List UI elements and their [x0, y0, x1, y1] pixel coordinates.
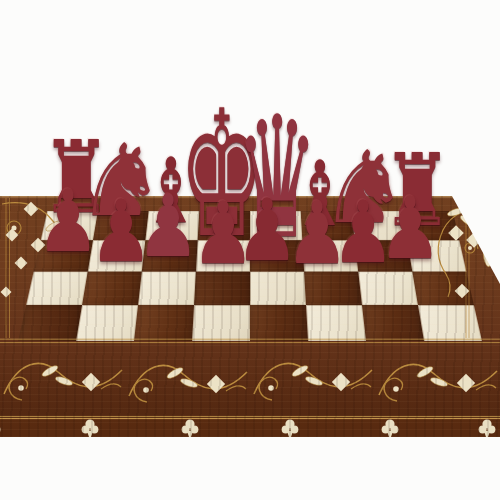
piece-pawn[interactable]: ♟	[378, 185, 441, 271]
chess-set-photo: ♜♞♝♚♛♝♞♜♟♟♟♟♟♟♟♟	[0, 0, 500, 500]
piece-pawn[interactable]: ♟	[136, 183, 199, 269]
pieces-layer: ♜♞♝♚♛♝♞♜♟♟♟♟♟♟♟♟	[0, 0, 500, 500]
